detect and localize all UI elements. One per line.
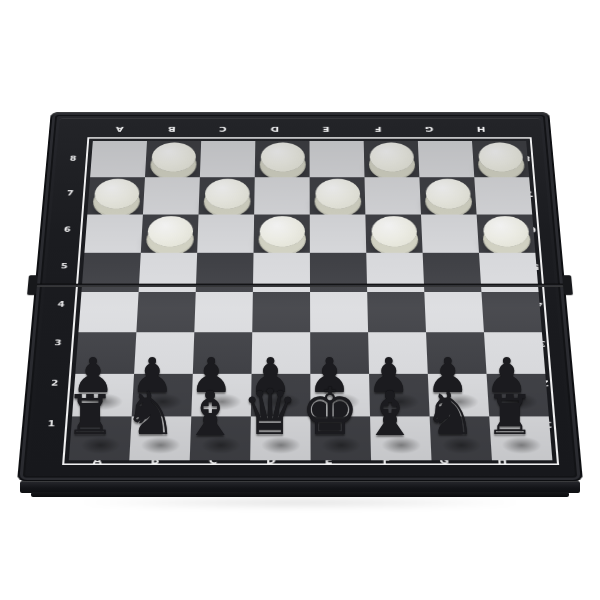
square-h6 — [477, 215, 536, 253]
white-checker-disc-d6 — [259, 216, 304, 247]
square-f8 — [364, 141, 420, 177]
rank-label-1: 1 — [39, 403, 63, 445]
piece-shadow — [432, 390, 485, 413]
white-checker-disc-e7 — [315, 178, 360, 208]
square-h2 — [487, 374, 549, 417]
square-c6 — [197, 215, 254, 253]
square-g2 — [428, 374, 489, 417]
square-e2 — [310, 374, 370, 417]
square-b4 — [136, 292, 195, 332]
piece-shadow — [491, 390, 545, 413]
piece-shadow — [136, 390, 189, 413]
file-label-h: H — [454, 123, 506, 135]
file-label-d: D — [248, 123, 300, 135]
square-e6 — [310, 215, 366, 253]
white-checker-disc-b8 — [151, 142, 196, 171]
square-f4 — [367, 292, 426, 332]
square-a6 — [84, 215, 142, 253]
square-f6 — [365, 215, 422, 253]
square-g8 — [418, 141, 474, 177]
square-b3 — [134, 332, 194, 373]
square-f3 — [368, 332, 428, 373]
piece-shadow — [194, 433, 247, 456]
board-inner-border — [62, 137, 559, 465]
square-e4 — [310, 292, 368, 332]
file-label-e: E — [300, 123, 352, 135]
white-checker-disc-d8 — [260, 142, 304, 171]
square-c1 — [190, 416, 251, 460]
square-d6 — [254, 215, 310, 253]
square-d2 — [251, 374, 311, 417]
product-photo-scene: ABCDEFGH ABCDEFGH 87654321 87654321 ♟♟♟♟… — [0, 0, 600, 600]
white-checker-disc-h8 — [477, 142, 523, 171]
square-g7 — [419, 177, 476, 214]
file-label-f: F — [351, 123, 403, 135]
square-d4 — [252, 292, 310, 332]
piece-shadow — [195, 390, 248, 413]
square-c8 — [200, 141, 255, 177]
square-b6 — [141, 215, 199, 253]
piece-shadow — [76, 390, 129, 413]
file-label-c: C — [197, 123, 249, 135]
square-a8 — [90, 141, 147, 177]
square-e8 — [310, 141, 365, 177]
square-g6 — [421, 215, 479, 253]
square-a4 — [78, 292, 138, 332]
square-h4 — [481, 292, 541, 332]
piece-shadow — [374, 433, 428, 456]
white-checker-disc-b6 — [147, 216, 194, 247]
piece-shadow — [434, 433, 488, 456]
square-d3 — [252, 332, 311, 373]
square-e3 — [310, 332, 369, 373]
white-checker-disc-c7 — [204, 178, 249, 208]
square-d8 — [255, 141, 310, 177]
hinge-tab-left — [27, 275, 38, 294]
square-f7 — [365, 177, 421, 214]
rank-label-2: 2 — [43, 363, 67, 403]
square-b7 — [143, 177, 200, 214]
square-e7 — [310, 177, 366, 214]
square-g3 — [426, 332, 487, 373]
square-a3 — [75, 332, 136, 373]
square-a1 — [69, 416, 132, 460]
file-label-a: A — [93, 123, 145, 135]
contact-shadow — [70, 497, 530, 508]
square-h8 — [472, 141, 529, 177]
square-c7 — [199, 177, 255, 214]
white-checker-disc-f6 — [371, 216, 417, 247]
square-a7 — [87, 177, 145, 214]
file-label-g: G — [403, 123, 455, 135]
piece-shadow — [254, 433, 307, 456]
rank-label-7: 7 — [59, 176, 81, 212]
file-labels-top: ABCDEFGH — [93, 123, 506, 135]
square-d7 — [254, 177, 310, 214]
rank-label-8: 8 — [62, 141, 84, 176]
square-f1 — [370, 416, 431, 460]
square-d1 — [250, 416, 310, 460]
square-g4 — [424, 292, 484, 332]
square-c4 — [194, 292, 253, 332]
square-c2 — [191, 374, 251, 417]
square-a2 — [72, 374, 134, 417]
piece-shadow — [373, 390, 426, 413]
piece-shadow — [314, 390, 366, 413]
square-g1 — [430, 416, 492, 460]
hinge-tab-right — [562, 275, 573, 294]
white-checker-disc-g7 — [425, 178, 471, 208]
square-e1 — [310, 416, 371, 460]
white-checker-disc-a7 — [93, 178, 140, 208]
rank-label-4: 4 — [50, 285, 73, 323]
white-checker-disc-h6 — [482, 216, 529, 247]
folding-chessboard: ABCDEFGH ABCDEFGH 87654321 87654321 — [17, 112, 583, 482]
white-checker-disc-f8 — [369, 142, 414, 171]
square-h3 — [484, 332, 545, 373]
squares-grid — [69, 141, 553, 460]
piece-shadow — [133, 433, 187, 456]
square-h1 — [489, 416, 552, 460]
board-frame: ABCDEFGH ABCDEFGH 87654321 87654321 — [17, 112, 583, 482]
square-b8 — [145, 141, 201, 177]
piece-shadow — [73, 433, 127, 456]
square-b1 — [129, 416, 191, 460]
piece-shadow — [314, 433, 367, 456]
file-label-b: B — [145, 123, 197, 135]
square-f2 — [369, 374, 430, 417]
rank-label-5: 5 — [53, 248, 76, 285]
piece-shadow — [494, 433, 548, 456]
piece-shadow — [255, 390, 307, 413]
rank-label-6: 6 — [56, 211, 79, 247]
rank-label-3: 3 — [46, 323, 70, 362]
square-b2 — [132, 374, 193, 417]
board-surface: ABCDEFGH ABCDEFGH 87654321 87654321 — [28, 118, 571, 474]
hinge-seam — [36, 284, 564, 287]
square-h7 — [474, 177, 532, 214]
square-c3 — [193, 332, 252, 373]
